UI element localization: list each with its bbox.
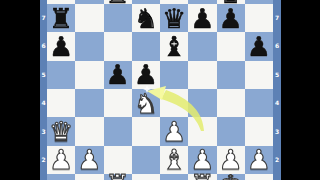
- square-b2[interactable]: ♟: [75, 146, 103, 174]
- piece-bP-d5[interactable]: ♟: [134, 61, 158, 88]
- piece-wP-h2[interactable]: ♟: [247, 146, 271, 173]
- square-h1[interactable]: [245, 174, 273, 180]
- rank-labels-left: 87654321: [40, 0, 47, 180]
- square-f5[interactable]: [188, 61, 216, 89]
- piece-bB-e6[interactable]: ♝: [162, 33, 186, 60]
- square-f3[interactable]: [188, 117, 216, 145]
- square-a7[interactable]: ♜: [47, 4, 75, 32]
- square-c1[interactable]: ♜: [104, 174, 132, 180]
- piece-bQ-e7[interactable]: ♛: [162, 5, 186, 32]
- square-b4[interactable]: [75, 89, 103, 117]
- square-d1[interactable]: [132, 174, 160, 180]
- square-g1[interactable]: ♚: [217, 174, 245, 180]
- square-d5[interactable]: ♟: [132, 61, 160, 89]
- rank-labels-right: 87654321: [273, 0, 281, 180]
- square-c5[interactable]: ♟: [104, 61, 132, 89]
- piece-wN-d4[interactable]: ♞: [134, 90, 158, 117]
- rank-label-4: 4: [273, 100, 281, 106]
- piece-wK-g1[interactable]: ♚: [219, 171, 243, 180]
- square-c3[interactable]: [104, 117, 132, 145]
- square-g7[interactable]: ♟: [217, 4, 245, 32]
- square-c4[interactable]: [104, 89, 132, 117]
- square-f6[interactable]: [188, 32, 216, 60]
- piece-bN-d7[interactable]: ♞: [134, 5, 158, 32]
- piece-wR-c1[interactable]: ♜: [106, 171, 130, 180]
- rank-label-7: 7: [273, 15, 281, 21]
- square-g3[interactable]: [217, 117, 245, 145]
- piece-bP-c5[interactable]: ♟: [106, 61, 130, 88]
- square-e6[interactable]: ♝: [160, 32, 188, 60]
- square-a6[interactable]: ♟: [47, 32, 75, 60]
- square-f1[interactable]: ♜: [188, 174, 216, 180]
- rank-label-3: 3: [40, 129, 47, 135]
- piece-wB-e2[interactable]: ♝: [162, 146, 186, 173]
- rank-label-6: 6: [40, 43, 47, 49]
- chess-board-screenshot: 87654321 87654321 ♜♚♜♞♛♟♟♟♝♟♟♟♞♛♟♟♟♝♟♟♟♜…: [0, 0, 320, 180]
- square-c6[interactable]: [104, 32, 132, 60]
- rank-label-6: 6: [273, 43, 281, 49]
- square-d3[interactable]: [132, 117, 160, 145]
- square-g5[interactable]: [217, 61, 245, 89]
- square-a4[interactable]: [47, 89, 75, 117]
- rank-label-5: 5: [40, 72, 47, 78]
- rank-label-4: 4: [40, 100, 47, 106]
- square-a1[interactable]: [47, 174, 75, 180]
- piece-bR-a7[interactable]: ♜: [49, 5, 73, 32]
- piece-wQ-a3[interactable]: ♛: [49, 118, 73, 145]
- square-h4[interactable]: [245, 89, 273, 117]
- rank-label-5: 5: [273, 72, 281, 78]
- square-b1[interactable]: [75, 174, 103, 180]
- square-h2[interactable]: ♟: [245, 146, 273, 174]
- square-e3[interactable]: ♟: [160, 117, 188, 145]
- piece-bP-g7[interactable]: ♟: [219, 5, 243, 32]
- square-f7[interactable]: ♟: [188, 4, 216, 32]
- square-e7[interactable]: ♛: [160, 4, 188, 32]
- square-a2[interactable]: ♟: [47, 146, 75, 174]
- square-h7[interactable]: [245, 4, 273, 32]
- chess-board: ♜♚♜♞♛♟♟♟♝♟♟♟♞♛♟♟♟♝♟♟♟♜♜♚: [47, 0, 273, 180]
- square-b5[interactable]: [75, 61, 103, 89]
- piece-bP-h6[interactable]: ♟: [247, 33, 271, 60]
- square-e1[interactable]: [160, 174, 188, 180]
- rank-label-2: 2: [273, 157, 281, 163]
- square-d2[interactable]: [132, 146, 160, 174]
- square-b7[interactable]: [75, 4, 103, 32]
- square-f4[interactable]: [188, 89, 216, 117]
- piece-wR-f1[interactable]: ♜: [190, 171, 214, 180]
- square-e4[interactable]: [160, 89, 188, 117]
- square-d4[interactable]: ♞: [132, 89, 160, 117]
- rank-label-3: 3: [273, 129, 281, 135]
- rank-label-2: 2: [40, 157, 47, 163]
- square-a5[interactable]: [47, 61, 75, 89]
- square-h6[interactable]: ♟: [245, 32, 273, 60]
- square-e5[interactable]: [160, 61, 188, 89]
- square-h3[interactable]: [245, 117, 273, 145]
- piece-bR-c8[interactable]: ♜: [106, 0, 130, 7]
- square-a3[interactable]: ♛: [47, 117, 75, 145]
- piece-wP-b2[interactable]: ♟: [77, 146, 101, 173]
- square-b6[interactable]: [75, 32, 103, 60]
- rank-label-7: 7: [40, 15, 47, 21]
- square-d6[interactable]: [132, 32, 160, 60]
- piece-bP-f7[interactable]: ♟: [190, 5, 214, 32]
- square-c8[interactable]: ♜: [104, 0, 132, 4]
- square-g4[interactable]: [217, 89, 245, 117]
- square-h5[interactable]: [245, 61, 273, 89]
- piece-bP-a6[interactable]: ♟: [49, 33, 73, 60]
- piece-wP-a2[interactable]: ♟: [49, 146, 73, 173]
- piece-wP-e3[interactable]: ♟: [162, 118, 186, 145]
- square-b3[interactable]: [75, 117, 103, 145]
- square-e2[interactable]: ♝: [160, 146, 188, 174]
- square-g6[interactable]: [217, 32, 245, 60]
- square-d7[interactable]: ♞: [132, 4, 160, 32]
